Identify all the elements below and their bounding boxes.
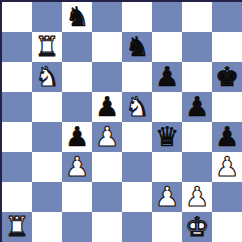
square-d1[interactable] <box>92 212 122 242</box>
square-d4[interactable]: ♟ <box>92 122 122 152</box>
square-f8[interactable] <box>152 2 182 32</box>
square-c2[interactable] <box>62 182 92 212</box>
piece-white-rook-b7[interactable]: ♜ <box>35 32 59 62</box>
square-g8[interactable] <box>182 2 212 32</box>
square-e6[interactable] <box>122 62 152 92</box>
square-f4[interactable]: ♛ <box>152 122 182 152</box>
square-a2[interactable] <box>2 182 32 212</box>
square-a1[interactable]: ♜ <box>2 212 32 242</box>
square-d6[interactable] <box>92 62 122 92</box>
square-d5[interactable]: ♟ <box>92 92 122 122</box>
square-g2[interactable]: ♟ <box>182 182 212 212</box>
piece-black-pawn-h4[interactable]: ♟ <box>215 122 239 152</box>
square-a4[interactable] <box>2 122 32 152</box>
square-b8[interactable] <box>32 2 62 32</box>
square-h1[interactable] <box>212 212 242 242</box>
square-e5[interactable]: ♞ <box>122 92 152 122</box>
chess-board: ♞♜♞♞♟♚♟♞♟♟♟♛♟♟♟♟♟♜♚ <box>2 2 242 242</box>
square-g6[interactable] <box>182 62 212 92</box>
square-h6[interactable]: ♚ <box>212 62 242 92</box>
piece-white-pawn-h3[interactable]: ♟ <box>215 152 239 182</box>
square-e1[interactable] <box>122 212 152 242</box>
square-d2[interactable] <box>92 182 122 212</box>
square-c6[interactable] <box>62 62 92 92</box>
square-a3[interactable] <box>2 152 32 182</box>
square-a7[interactable] <box>2 32 32 62</box>
piece-black-knight-c8[interactable]: ♞ <box>65 2 89 32</box>
square-f7[interactable] <box>152 32 182 62</box>
piece-black-knight-e7[interactable]: ♞ <box>125 32 149 62</box>
square-c5[interactable] <box>62 92 92 122</box>
square-c1[interactable] <box>62 212 92 242</box>
square-h7[interactable] <box>212 32 242 62</box>
piece-white-knight-b6[interactable]: ♞ <box>35 62 59 92</box>
piece-white-rook-a1[interactable]: ♜ <box>5 212 29 242</box>
square-g4[interactable] <box>182 122 212 152</box>
square-c7[interactable] <box>62 32 92 62</box>
square-h8[interactable] <box>212 2 242 32</box>
piece-white-pawn-d4[interactable]: ♟ <box>95 122 119 152</box>
square-h2[interactable] <box>212 182 242 212</box>
square-h5[interactable] <box>212 92 242 122</box>
square-d3[interactable] <box>92 152 122 182</box>
square-b7[interactable]: ♜ <box>32 32 62 62</box>
square-a6[interactable] <box>2 62 32 92</box>
piece-black-pawn-f6[interactable]: ♟ <box>155 62 179 92</box>
square-g5[interactable]: ♟ <box>182 92 212 122</box>
piece-black-pawn-c4[interactable]: ♟ <box>65 122 89 152</box>
square-h3[interactable]: ♟ <box>212 152 242 182</box>
piece-white-pawn-g2[interactable]: ♟ <box>185 182 209 212</box>
piece-white-pawn-c3[interactable]: ♟ <box>65 152 89 182</box>
square-c3[interactable]: ♟ <box>62 152 92 182</box>
square-b2[interactable] <box>32 182 62 212</box>
square-e3[interactable] <box>122 152 152 182</box>
square-f3[interactable] <box>152 152 182 182</box>
square-f6[interactable]: ♟ <box>152 62 182 92</box>
square-b1[interactable] <box>32 212 62 242</box>
piece-black-pawn-d5[interactable]: ♟ <box>95 92 119 122</box>
square-c8[interactable]: ♞ <box>62 2 92 32</box>
square-g3[interactable] <box>182 152 212 182</box>
square-e7[interactable]: ♞ <box>122 32 152 62</box>
square-e4[interactable] <box>122 122 152 152</box>
piece-white-knight-e5[interactable]: ♞ <box>125 92 149 122</box>
square-f2[interactable]: ♟ <box>152 182 182 212</box>
square-d8[interactable] <box>92 2 122 32</box>
square-a5[interactable] <box>2 92 32 122</box>
square-e2[interactable] <box>122 182 152 212</box>
square-d7[interactable] <box>92 32 122 62</box>
chess-board-frame: ♞♜♞♞♟♚♟♞♟♟♟♛♟♟♟♟♟♜♚ <box>0 0 242 242</box>
square-f5[interactable] <box>152 92 182 122</box>
piece-black-pawn-g5[interactable]: ♟ <box>185 92 209 122</box>
square-b6[interactable]: ♞ <box>32 62 62 92</box>
square-b3[interactable] <box>32 152 62 182</box>
square-b5[interactable] <box>32 92 62 122</box>
piece-black-queen-f4[interactable]: ♛ <box>155 122 179 152</box>
piece-black-king-h6[interactable]: ♚ <box>215 62 239 92</box>
piece-white-pawn-f2[interactable]: ♟ <box>155 182 179 212</box>
square-e8[interactable] <box>122 2 152 32</box>
square-f1[interactable] <box>152 212 182 242</box>
square-g7[interactable] <box>182 32 212 62</box>
piece-white-king-g1[interactable]: ♚ <box>185 212 209 242</box>
square-a8[interactable] <box>2 2 32 32</box>
square-h4[interactable]: ♟ <box>212 122 242 152</box>
square-g1[interactable]: ♚ <box>182 212 212 242</box>
square-b4[interactable] <box>32 122 62 152</box>
square-c4[interactable]: ♟ <box>62 122 92 152</box>
